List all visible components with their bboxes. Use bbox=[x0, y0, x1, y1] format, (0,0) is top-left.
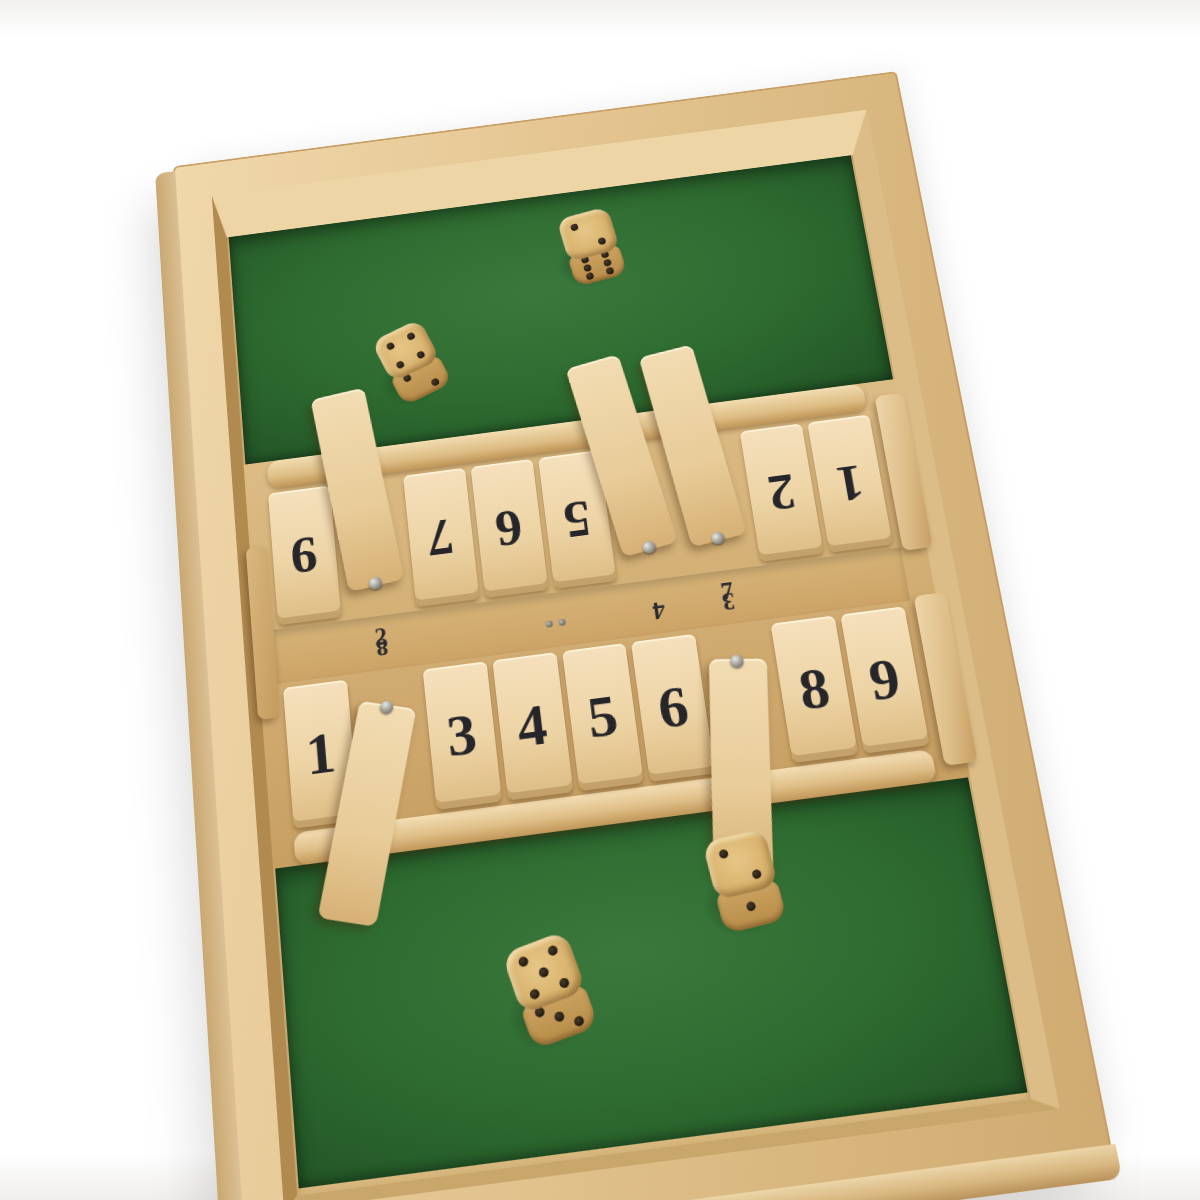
tile-far-7[interactable]: 7 bbox=[403, 468, 479, 607]
die-pip bbox=[751, 870, 762, 881]
die-pip bbox=[406, 331, 416, 340]
tile-numeral: 9 bbox=[289, 528, 319, 582]
die-pip bbox=[583, 264, 592, 273]
die-top-1[interactable] bbox=[556, 206, 630, 292]
die-bottom-2[interactable] bbox=[702, 828, 791, 941]
die-top-2[interactable] bbox=[371, 318, 457, 411]
die-bottom-1[interactable] bbox=[501, 929, 603, 1057]
shut-position-label: 2 bbox=[374, 623, 389, 652]
tile-numeral: 2 bbox=[764, 465, 799, 518]
die-pip bbox=[745, 901, 756, 912]
die-pip bbox=[537, 966, 549, 979]
near-slot-2: 2 bbox=[351, 665, 432, 823]
far-slot-6: 6 bbox=[469, 454, 550, 602]
tile-numeral: 4 bbox=[514, 695, 550, 756]
die-pip bbox=[569, 223, 578, 231]
die-pip bbox=[553, 1010, 565, 1023]
pivot-bolt bbox=[368, 576, 383, 591]
die-pip bbox=[598, 237, 607, 245]
pivot-bolt bbox=[379, 700, 394, 715]
near-slot-4: 4 bbox=[491, 647, 575, 805]
die-pip bbox=[717, 849, 728, 860]
tile-far-6[interactable]: 6 bbox=[470, 459, 548, 598]
far-slot-8: 8 bbox=[334, 472, 411, 620]
die-pip bbox=[416, 350, 426, 360]
tile-near-4[interactable]: 4 bbox=[492, 652, 573, 800]
die-pip bbox=[573, 1015, 585, 1028]
die-pip bbox=[557, 976, 569, 989]
tile-numeral: 8 bbox=[795, 658, 834, 719]
near-slot-3: 3 bbox=[421, 656, 503, 814]
tile-numeral: 6 bbox=[493, 501, 525, 555]
box-cavity: 987654321 123456789 bbox=[212, 110, 1060, 1200]
die-pip bbox=[528, 987, 540, 1000]
cavity-layout: 987654321 123456789 bbox=[227, 155, 1031, 1196]
pivot-bolt bbox=[730, 655, 744, 668]
tile-numeral: 1 bbox=[832, 456, 867, 509]
pivot-bolt bbox=[710, 531, 726, 546]
tile-near-5[interactable]: 5 bbox=[562, 643, 645, 791]
tile-numeral: 9 bbox=[865, 649, 904, 710]
tile-numeral: 5 bbox=[584, 686, 621, 747]
axle-screws bbox=[545, 619, 566, 629]
tile-numeral: 6 bbox=[654, 676, 691, 737]
die-pip bbox=[585, 272, 594, 281]
tile-far-9[interactable]: 9 bbox=[268, 486, 341, 626]
far-slot-7: 7 bbox=[401, 463, 480, 611]
die-pip bbox=[396, 360, 406, 370]
board-perspective-wrap: 987654321 123456789 bbox=[173, 71, 1112, 1200]
die-pip bbox=[431, 377, 441, 387]
die-pip bbox=[602, 259, 611, 268]
tile-numeral: 5 bbox=[561, 492, 594, 546]
die-pip bbox=[386, 341, 396, 351]
pivot-bolt bbox=[641, 540, 657, 555]
product-photo-scene: 987654321 123456789 bbox=[0, 0, 1200, 1200]
tile-numeral: 3 bbox=[444, 704, 479, 766]
die-pip bbox=[546, 945, 558, 958]
die-pip bbox=[517, 956, 529, 969]
tile-numeral: 1 bbox=[304, 723, 338, 785]
die-pip bbox=[605, 267, 614, 276]
tile-numeral: 7 bbox=[425, 510, 457, 564]
wooden-box: 987654321 123456789 bbox=[173, 71, 1112, 1200]
tile-near-3[interactable]: 3 bbox=[422, 661, 501, 810]
